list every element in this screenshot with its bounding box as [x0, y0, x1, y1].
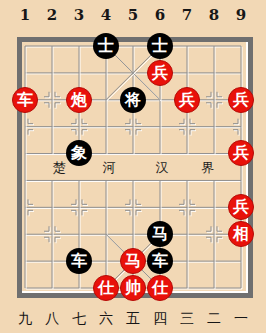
xiangqi-board: 123456789 九八七六五四三二一 楚河汉界 士士兵车炮将兵兵象兵兵马相车马… — [0, 0, 266, 333]
piece-glyph: 士 — [98, 38, 114, 54]
piece-red-general[interactable]: 帅 — [120, 275, 146, 301]
piece-layer: 士士兵车炮将兵兵象兵兵马相车马车仕帅仕 — [12, 33, 255, 302]
piece-glyph: 车 — [17, 92, 33, 108]
piece-red-elephant[interactable]: 相 — [228, 221, 254, 247]
piece-glyph: 象 — [71, 145, 87, 161]
rank-label-bottom: 一 — [234, 309, 248, 327]
piece-glyph: 仕 — [152, 280, 168, 296]
file-label-top: 8 — [209, 6, 219, 24]
piece-red-soldier[interactable]: 兵 — [228, 194, 254, 220]
rank-label-bottom: 二 — [207, 309, 221, 327]
piece-glyph: 车 — [152, 253, 168, 269]
piece-red-cannon[interactable]: 炮 — [66, 87, 92, 113]
rank-label-bottom: 八 — [45, 309, 59, 327]
piece-red-soldier[interactable]: 兵 — [174, 87, 200, 113]
piece-red-advisor[interactable]: 仕 — [147, 275, 173, 301]
rank-label-bottom: 四 — [153, 309, 167, 327]
piece-glyph: 兵 — [233, 92, 249, 108]
rank-label-bottom: 七 — [72, 309, 86, 327]
piece-black-chariot[interactable]: 车 — [66, 248, 92, 274]
rank-label-bottom: 五 — [126, 309, 140, 327]
file-label-top: 5 — [128, 6, 138, 24]
piece-glyph: 兵 — [233, 145, 249, 161]
piece-red-advisor[interactable]: 仕 — [93, 275, 119, 301]
piece-black-elephant[interactable]: 象 — [66, 140, 92, 166]
file-label-top: 1 — [20, 6, 30, 24]
file-label-top: 4 — [101, 6, 111, 24]
file-label-top: 6 — [155, 6, 165, 24]
piece-glyph: 兵 — [233, 199, 249, 215]
piece-black-horse[interactable]: 马 — [147, 221, 173, 247]
piece-red-chariot[interactable]: 车 — [12, 87, 38, 113]
piece-glyph: 炮 — [71, 92, 87, 108]
rank-label-bottom: 九 — [18, 309, 32, 327]
file-label-top: 9 — [236, 6, 246, 24]
file-label-top: 2 — [47, 6, 57, 24]
piece-red-soldier[interactable]: 兵 — [147, 60, 173, 86]
piece-black-advisor[interactable]: 士 — [93, 33, 119, 59]
piece-red-horse[interactable]: 马 — [120, 248, 146, 274]
piece-black-advisor[interactable]: 士 — [147, 33, 173, 59]
piece-glyph: 车 — [71, 253, 87, 269]
piece-black-chariot[interactable]: 车 — [147, 248, 173, 274]
piece-red-soldier[interactable]: 兵 — [228, 87, 254, 113]
piece-red-soldier[interactable]: 兵 — [228, 140, 254, 166]
piece-glyph: 士 — [152, 38, 168, 54]
piece-glyph: 马 — [152, 226, 168, 242]
rank-label-bottom: 六 — [99, 309, 113, 327]
file-label-top: 7 — [182, 6, 192, 24]
piece-glyph: 将 — [125, 92, 141, 108]
piece-black-general[interactable]: 将 — [120, 87, 146, 113]
piece-glyph: 帅 — [125, 280, 141, 296]
piece-glyph: 兵 — [179, 92, 195, 108]
file-label-top: 3 — [74, 6, 84, 24]
piece-glyph: 兵 — [152, 65, 168, 81]
piece-glyph: 仕 — [98, 280, 114, 296]
piece-glyph: 马 — [125, 253, 141, 269]
rank-label-bottom: 三 — [180, 309, 194, 327]
piece-glyph: 相 — [233, 226, 249, 242]
